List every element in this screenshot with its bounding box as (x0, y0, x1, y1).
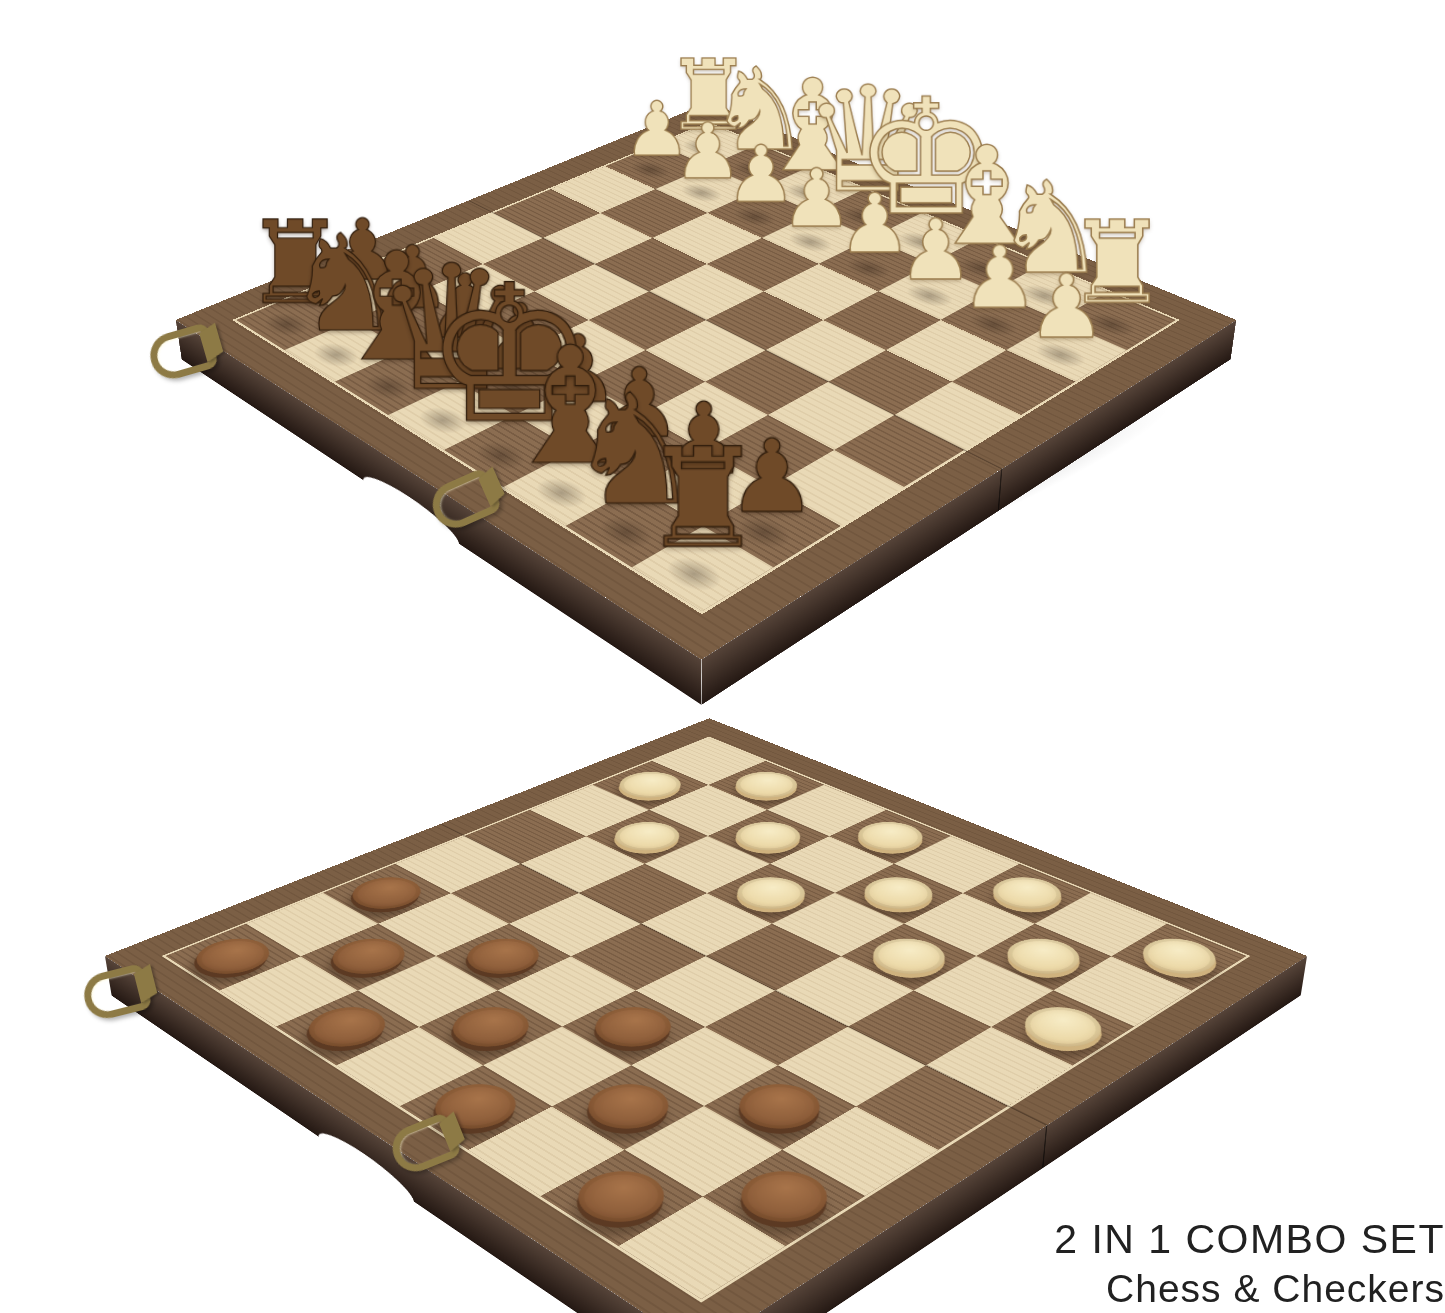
chess-piece-white-pawn: ♟ (631, 112, 784, 189)
board-square (323, 863, 451, 923)
board-square (1111, 923, 1246, 990)
checker-dark (339, 871, 434, 915)
board-square (578, 863, 706, 923)
board-square (707, 809, 829, 863)
board-square (464, 809, 586, 863)
chess-playing-grid: ♜♞♝♛♚♝♞♜♟♟♟♟♟♟♟♟♟♟♟♟♟♟♟♟♜♞♝♛♚♝♞♜ (232, 122, 1180, 615)
piece-shadow (662, 176, 740, 211)
board-square: ♟ (655, 166, 760, 213)
piece-shadow (826, 249, 910, 289)
board-square (570, 923, 705, 990)
checker-top (601, 816, 691, 856)
board-square: ♟ (707, 189, 814, 238)
checker-light (601, 816, 691, 856)
board-square (652, 213, 761, 264)
chess-board: ♜♞♝♛♚♝♞♜♟♟♟♟♟♟♟♟♟♟♟♟♟♟♟♟♜♞♝♛♚♝♞♜ (175, 102, 1236, 659)
checker-light (607, 766, 693, 802)
chess-piece-white-pawn: ♟ (581, 91, 731, 166)
chess-piece-white-pawn: ♟ (978, 262, 1154, 350)
chess-piece-white-pawn: ♟ (736, 158, 896, 238)
board-square: ♞ (708, 144, 810, 189)
checker-top (723, 816, 813, 856)
board-square (706, 238, 818, 291)
chess-piece-white-rook: ♜ (610, 47, 805, 144)
checker-top (723, 871, 818, 915)
chess-piece-white-pawn: ♟ (682, 135, 839, 213)
checker-dark (183, 931, 283, 980)
board-square (600, 189, 707, 238)
board-square (706, 863, 834, 923)
checker-light (845, 816, 935, 856)
board-square (829, 809, 951, 863)
checker-top (607, 766, 693, 802)
checker-dark (453, 931, 553, 980)
board-square: ♟ (761, 213, 870, 264)
board-square (618, 1196, 786, 1299)
board-square (586, 809, 708, 863)
checker-top (453, 931, 553, 980)
board-square (834, 863, 962, 923)
checker-top (979, 871, 1074, 915)
board-square (451, 863, 579, 923)
chess-scene: ♜♞♝♛♚♝♞♜♟♟♟♟♟♟♟♟♟♟♟♟♟♟♟♟♜♞♝♛♚♝♞♜ (0, 0, 1445, 640)
board-square: ♜ (631, 526, 772, 611)
checker-top (993, 931, 1093, 980)
checker-light (723, 766, 809, 802)
board-square (592, 760, 708, 809)
fold-seam-side (1041, 1124, 1046, 1168)
checker-light (723, 816, 813, 856)
checker-top (339, 871, 434, 915)
piece-shadow (822, 199, 902, 235)
board-square: ♝ (760, 166, 865, 213)
chess-piece-white-bishop: ♝ (685, 62, 938, 189)
board-square: ♛ (814, 189, 921, 238)
piece-shadow (612, 153, 688, 186)
checker-light (979, 871, 1074, 915)
caption: 2 IN 1 COMBO SET Chess & Checkers (1054, 1216, 1445, 1311)
checker-top (845, 816, 935, 856)
checker-side (722, 1166, 842, 1238)
caption-subtitle: Chess & Checkers (1054, 1267, 1445, 1311)
checker-light (723, 871, 818, 915)
fold-seam-side (997, 468, 1002, 511)
piece-shadow (715, 199, 795, 235)
chess-piece-brown-rook: ♜ (565, 430, 840, 567)
piece-shadow (769, 223, 851, 261)
board-square (550, 166, 655, 213)
checker-top (183, 931, 283, 980)
board-square: ♟ (605, 144, 707, 189)
checker-light (851, 871, 946, 915)
chess-piece-white-queen: ♛ (722, 67, 1014, 213)
board-square (962, 863, 1090, 923)
piece-shadow (767, 176, 845, 211)
checker-top (851, 871, 946, 915)
chess-piece-white-knight: ♞ (645, 53, 872, 167)
checker-light (993, 931, 1093, 980)
board-square (435, 923, 570, 990)
board-square (708, 760, 824, 809)
checker-top (723, 766, 809, 802)
piece-shadow (665, 132, 739, 164)
caption-title: 2 IN 1 COMBO SET (1054, 1216, 1445, 1263)
piece-shadow (715, 153, 791, 186)
product-photo-canvas: ♜♞♝♛♚♝♞♜♟♟♟♟♟♟♟♟♟♟♟♟♟♟♟♟♜♞♝♛♚♝♞♜ (0, 0, 1445, 1313)
board-square: ♜ (658, 123, 758, 166)
checkers-scene (0, 630, 1445, 1313)
board-square (763, 264, 878, 320)
checker-side (579, 1003, 685, 1059)
